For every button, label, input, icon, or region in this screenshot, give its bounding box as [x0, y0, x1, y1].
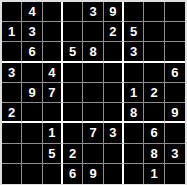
cell-r7c4[interactable] [63, 123, 83, 143]
cell-r3c6[interactable] [104, 42, 124, 62]
cell-r4c4[interactable] [63, 63, 83, 83]
cell-r9c1[interactable] [2, 164, 22, 184]
cell-r2c7[interactable]: 5 [124, 22, 144, 42]
cell-r5c5[interactable] [83, 83, 103, 103]
cell-r2c6[interactable]: 2 [104, 22, 124, 42]
cell-r9c6[interactable] [104, 164, 124, 184]
cell-r5c8[interactable]: 2 [144, 83, 164, 103]
cell-r7c8[interactable]: 6 [144, 123, 164, 143]
cell-r6c2[interactable] [22, 103, 42, 123]
cell-r1c8[interactable] [144, 2, 164, 22]
cell-r3c9[interactable] [165, 42, 185, 62]
cell-r2c3[interactable] [43, 22, 63, 42]
cell-r7c7[interactable] [124, 123, 144, 143]
cell-r5c1[interactable] [2, 83, 22, 103]
cell-r9c5[interactable]: 9 [83, 164, 103, 184]
cell-r7c5[interactable]: 7 [83, 123, 103, 143]
cell-r4c1[interactable]: 3 [2, 63, 22, 83]
cell-r1c6[interactable]: 9 [104, 2, 124, 22]
cell-r7c3[interactable]: 1 [43, 123, 63, 143]
cell-r4c7[interactable] [124, 63, 144, 83]
cell-r2c8[interactable] [144, 22, 164, 42]
cell-r6c5[interactable] [83, 103, 103, 123]
cell-r8c1[interactable] [2, 144, 22, 164]
cell-r5c6[interactable] [104, 83, 124, 103]
cell-r2c4[interactable] [63, 22, 83, 42]
cell-r4c5[interactable] [83, 63, 103, 83]
cell-r6c3[interactable] [43, 103, 63, 123]
cell-r7c2[interactable] [22, 123, 42, 143]
cell-r5c2[interactable]: 9 [22, 83, 42, 103]
cell-r5c3[interactable]: 7 [43, 83, 63, 103]
cell-r4c2[interactable] [22, 63, 42, 83]
cell-r5c9[interactable] [165, 83, 185, 103]
cell-r3c4[interactable]: 5 [63, 42, 83, 62]
cell-r4c3[interactable]: 4 [43, 63, 63, 83]
sudoku-board: 43913256583346971228917365283691 [0, 0, 187, 185]
cell-r2c2[interactable]: 3 [22, 22, 42, 42]
cell-r1c9[interactable] [165, 2, 185, 22]
cell-r4c9[interactable]: 6 [165, 63, 185, 83]
cell-r1c1[interactable] [2, 2, 22, 22]
cell-r2c5[interactable] [83, 22, 103, 42]
cell-r8c9[interactable]: 3 [165, 144, 185, 164]
cell-r6c7[interactable]: 8 [124, 103, 144, 123]
cell-r7c6[interactable]: 3 [104, 123, 124, 143]
cell-r9c4[interactable]: 6 [63, 164, 83, 184]
cell-r3c7[interactable]: 3 [124, 42, 144, 62]
cell-r1c5[interactable]: 3 [83, 2, 103, 22]
cell-r9c2[interactable] [22, 164, 42, 184]
cell-r8c3[interactable]: 5 [43, 144, 63, 164]
cell-r7c1[interactable] [2, 123, 22, 143]
cell-r2c1[interactable]: 1 [2, 22, 22, 42]
cell-r9c3[interactable] [43, 164, 63, 184]
cell-r5c4[interactable] [63, 83, 83, 103]
cell-r4c6[interactable] [104, 63, 124, 83]
cell-r4c8[interactable] [144, 63, 164, 83]
cell-r2c9[interactable] [165, 22, 185, 42]
cell-r3c2[interactable]: 6 [22, 42, 42, 62]
cell-r6c8[interactable] [144, 103, 164, 123]
cell-r6c6[interactable] [104, 103, 124, 123]
cell-r1c4[interactable] [63, 2, 83, 22]
cell-r1c7[interactable] [124, 2, 144, 22]
cell-r7c9[interactable] [165, 123, 185, 143]
cell-r6c1[interactable]: 2 [2, 103, 22, 123]
cell-r8c5[interactable] [83, 144, 103, 164]
cell-r1c3[interactable] [43, 2, 63, 22]
cell-r9c8[interactable]: 1 [144, 164, 164, 184]
cell-r6c4[interactable] [63, 103, 83, 123]
cell-r8c4[interactable]: 2 [63, 144, 83, 164]
cell-r3c8[interactable] [144, 42, 164, 62]
cell-r1c2[interactable]: 4 [22, 2, 42, 22]
cell-r3c1[interactable] [2, 42, 22, 62]
cell-r5c7[interactable]: 1 [124, 83, 144, 103]
cell-r8c2[interactable] [22, 144, 42, 164]
cell-r3c5[interactable]: 8 [83, 42, 103, 62]
cell-r8c6[interactable] [104, 144, 124, 164]
cell-r8c7[interactable] [124, 144, 144, 164]
cell-r8c8[interactable]: 8 [144, 144, 164, 164]
cell-r9c9[interactable] [165, 164, 185, 184]
cell-r3c3[interactable] [43, 42, 63, 62]
cell-r6c9[interactable]: 9 [165, 103, 185, 123]
cell-r9c7[interactable] [124, 164, 144, 184]
